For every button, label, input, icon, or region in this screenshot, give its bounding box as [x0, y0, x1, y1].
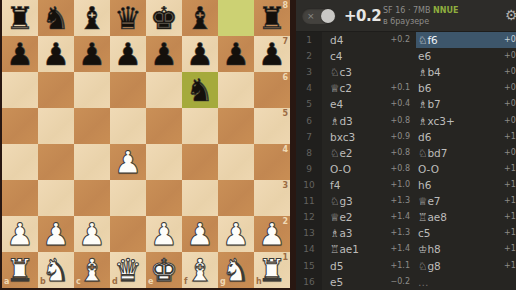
black-piece-a8: ♜ — [2, 0, 38, 36]
white-move-15[interactable]: d5 — [322, 258, 390, 274]
black-move-9[interactable]: O-O — [416, 161, 504, 177]
square-e5[interactable] — [146, 108, 182, 144]
white-piece-c2: ♟ — [74, 216, 110, 252]
black-move-6[interactable]: ♗xc3+ — [416, 113, 504, 129]
black-piece-d8: ♛ — [110, 0, 146, 36]
square-b2[interactable]: ♟ — [38, 216, 74, 252]
move-row-10: 10f4+1.0h6+1 — [296, 177, 516, 193]
black-eval-4: +0 — [504, 80, 516, 96]
move-row-3: 3♘c3♗b4+0 — [296, 64, 516, 80]
move-list: 1d4+0.2♘f6+02c4e6+03♘c3♗b4+04♕c2+0.1b6+0… — [296, 32, 516, 290]
coord-file-d: d — [112, 278, 118, 286]
coord-file-f: f — [184, 278, 187, 286]
square-a1[interactable]: ♜a — [2, 252, 38, 288]
black-piece-c8: ♝ — [74, 0, 110, 36]
white-piece-f2: ♟ — [182, 216, 218, 252]
square-b6[interactable] — [38, 72, 74, 108]
white-move-12[interactable]: ♕e2 — [322, 209, 390, 225]
square-c8[interactable]: ♝ — [74, 0, 110, 36]
white-move-10[interactable]: f4 — [322, 177, 390, 193]
move-number-1: 1 — [296, 32, 322, 48]
move-number-4: 4 — [296, 80, 322, 96]
white-move-8[interactable]: ♘e2 — [322, 145, 390, 161]
black-piece-d7: ♟ — [110, 36, 146, 72]
coord-rank-7: 7 — [282, 38, 288, 46]
square-b5[interactable] — [38, 108, 74, 144]
black-eval-14: +1 — [504, 241, 516, 257]
white-piece-a2: ♟ — [2, 216, 38, 252]
analysis-panel: × +0.2 SF 16 · 7MB NNUE в браузере ⚙ 1d4… — [296, 0, 516, 290]
square-d3[interactable] — [110, 180, 146, 216]
white-piece-e2: ♟ — [146, 216, 182, 252]
engine-name: SF 16 · 7MB — [383, 6, 431, 15]
white-eval-1: +0.2 — [390, 32, 416, 48]
black-eval-3: +0 — [504, 64, 516, 80]
square-c6[interactable] — [74, 72, 110, 108]
move-row-8: 8♘e2+0.8♘bd7+0 — [296, 145, 516, 161]
square-h5[interactable]: 5 — [254, 108, 290, 144]
white-eval-15: +1.1 — [390, 258, 416, 274]
square-c2[interactable]: ♟ — [74, 216, 110, 252]
black-piece-g7: ♟ — [218, 36, 254, 72]
move-number-6: 6 — [296, 113, 322, 129]
black-move-5[interactable]: ♗b7 — [416, 96, 504, 112]
black-eval-2: +0 — [504, 48, 516, 64]
move-row-9: 9O-O+0.8O-O+1 — [296, 161, 516, 177]
white-move-7[interactable]: bxc3 — [322, 129, 390, 145]
coord-file-h: h — [256, 278, 262, 286]
white-move-4[interactable]: ♕c2 — [322, 80, 390, 96]
square-g4[interactable] — [218, 144, 254, 180]
black-piece-e7: ♟ — [146, 36, 182, 72]
square-f4[interactable] — [182, 144, 218, 180]
square-g5[interactable] — [218, 108, 254, 144]
black-move-2[interactable]: e6 — [416, 48, 504, 64]
white-move-11[interactable]: ♘g3 — [322, 193, 390, 209]
black-piece-f8: ♝ — [182, 0, 218, 36]
square-a6[interactable] — [2, 72, 38, 108]
square-f2[interactable]: ♟ — [182, 216, 218, 252]
black-piece-b8: ♞ — [38, 0, 74, 36]
square-h3[interactable]: 3 — [254, 180, 290, 216]
move-number-5: 5 — [296, 96, 322, 112]
black-move-16[interactable]: … — [416, 274, 504, 290]
square-h1[interactable]: ♜h1 — [254, 252, 290, 288]
chess-board[interactable]: ♜♞♝♛♚♝♜8♟♟♟♟♟♟♟♟7♞65♟43♟♟♟♟♟♟♟2♜a♞b♝c♛d♚… — [2, 0, 290, 288]
square-a5[interactable] — [2, 108, 38, 144]
black-move-3[interactable]: ♗b4 — [416, 64, 504, 80]
square-d1[interactable]: ♛d — [110, 252, 146, 288]
square-d6[interactable] — [110, 72, 146, 108]
square-b8[interactable]: ♞ — [38, 0, 74, 36]
move-number-13: 13 — [296, 225, 322, 241]
engine-info: SF 16 · 7MB NNUE в браузере — [383, 5, 458, 27]
black-piece-b7: ♟ — [38, 36, 74, 72]
white-eval-7: +0.9 — [390, 129, 416, 145]
square-a2[interactable]: ♟ — [2, 216, 38, 252]
square-d8[interactable]: ♛ — [110, 0, 146, 36]
move-row-16: 16e5−0.2… — [296, 274, 516, 290]
white-piece-b2: ♟ — [38, 216, 74, 252]
square-c5[interactable] — [74, 108, 110, 144]
move-number-7: 7 — [296, 129, 322, 145]
engine-eval: +0.2 — [344, 7, 378, 25]
white-eval-12: +1.4 — [390, 209, 416, 225]
square-b1[interactable]: ♞b — [38, 252, 74, 288]
square-g3[interactable] — [218, 180, 254, 216]
black-eval-1: +0 — [504, 32, 516, 48]
square-g6[interactable] — [218, 72, 254, 108]
move-number-12: 12 — [296, 209, 322, 225]
move-number-9: 9 — [296, 161, 322, 177]
square-h2[interactable]: ♟2 — [254, 216, 290, 252]
square-f5[interactable] — [182, 108, 218, 144]
white-move-14[interactable]: ♖ae1 — [322, 241, 390, 257]
square-d4[interactable]: ♟ — [110, 144, 146, 180]
move-row-1: 1d4+0.2♘f6+0 — [296, 32, 516, 48]
black-move-11[interactable]: ♕e7 — [416, 193, 504, 209]
black-eval-10: +1 — [504, 177, 516, 193]
square-a8[interactable]: ♜ — [2, 0, 38, 36]
move-number-3: 3 — [296, 64, 322, 80]
white-eval-2 — [390, 48, 416, 64]
white-eval-4: +0.1 — [390, 80, 416, 96]
black-move-15[interactable]: ♘g8 — [416, 258, 504, 274]
move-number-16: 16 — [296, 274, 322, 290]
black-eval-7: +1 — [504, 129, 516, 145]
coord-rank-1: 1 — [282, 254, 288, 262]
square-e7[interactable]: ♟ — [146, 36, 182, 72]
black-move-7[interactable]: d6 — [416, 129, 504, 145]
black-piece-f7: ♟ — [182, 36, 218, 72]
square-a4[interactable] — [2, 144, 38, 180]
white-eval-3 — [390, 64, 416, 80]
square-e1[interactable]: ♚e — [146, 252, 182, 288]
white-move-1[interactable]: d4 — [322, 32, 390, 48]
square-e6[interactable] — [146, 72, 182, 108]
white-move-9[interactable]: O-O — [322, 161, 390, 177]
coord-rank-5: 5 — [282, 110, 288, 118]
white-eval-5: +0.4 — [390, 96, 416, 112]
engine-toggle[interactable]: × — [302, 8, 336, 24]
square-h6[interactable]: 6 — [254, 72, 290, 108]
move-number-8: 8 — [296, 145, 322, 161]
black-eval-6: +0 — [504, 113, 516, 129]
black-eval-8: +0 — [504, 145, 516, 161]
square-h8[interactable]: ♜8 — [254, 0, 290, 36]
square-c3[interactable] — [74, 180, 110, 216]
move-number-15: 15 — [296, 258, 322, 274]
black-eval-16 — [504, 274, 516, 290]
square-c1[interactable]: ♝c — [74, 252, 110, 288]
black-move-12[interactable]: ♖ae8 — [416, 209, 504, 225]
black-move-10[interactable]: h6 — [416, 177, 504, 193]
close-icon: × — [307, 11, 315, 21]
coord-file-g: g — [220, 278, 226, 286]
black-eval-15: +1 — [504, 258, 516, 274]
coord-file-b: b — [40, 278, 46, 286]
black-move-8[interactable]: ♘bd7 — [416, 145, 504, 161]
square-e2[interactable]: ♟ — [146, 216, 182, 252]
square-g7[interactable]: ♟ — [218, 36, 254, 72]
white-eval-6: +0.8 — [390, 113, 416, 129]
square-e4[interactable] — [146, 144, 182, 180]
black-piece-c7: ♟ — [74, 36, 110, 72]
move-number-11: 11 — [296, 193, 322, 209]
square-a7[interactable]: ♟ — [2, 36, 38, 72]
square-h4[interactable]: 4 — [254, 144, 290, 180]
move-row-13: 13♗a3+1.3c5+1 — [296, 225, 516, 241]
gear-icon[interactable]: ⚙ — [505, 7, 516, 23]
white-piece-g2: ♟ — [218, 216, 254, 252]
square-e8[interactable]: ♚ — [146, 0, 182, 36]
square-c7[interactable]: ♟ — [74, 36, 110, 72]
square-f7[interactable]: ♟ — [182, 36, 218, 72]
square-b7[interactable]: ♟ — [38, 36, 74, 72]
square-a3[interactable] — [2, 180, 38, 216]
white-piece-d4: ♟ — [110, 144, 146, 180]
black-move-1[interactable]: ♘f6 — [416, 32, 504, 48]
toggle-knob-icon — [321, 9, 335, 23]
square-e3[interactable] — [146, 180, 182, 216]
square-d7[interactable]: ♟ — [110, 36, 146, 72]
coord-rank-4: 4 — [282, 146, 288, 154]
coord-rank-2: 2 — [282, 218, 288, 226]
move-row-15: 15d5+1.1♘g8+1 — [296, 258, 516, 274]
square-f1[interactable]: ♝f — [182, 252, 218, 288]
coord-file-a: a — [4, 278, 9, 286]
move-row-11: 11♘g3+1.3♕e7+1 — [296, 193, 516, 209]
white-eval-10: +1.0 — [390, 177, 416, 193]
coord-rank-3: 3 — [282, 182, 288, 190]
square-d5[interactable] — [110, 108, 146, 144]
black-move-13[interactable]: c5 — [416, 225, 504, 241]
black-piece-e8: ♚ — [146, 0, 182, 36]
move-row-6: 6♗d3+0.8♗xc3++0 — [296, 113, 516, 129]
black-eval-9: +1 — [504, 161, 516, 177]
move-number-2: 2 — [296, 48, 322, 64]
move-row-7: 7bxc3+0.9d6+1 — [296, 129, 516, 145]
white-move-13[interactable]: ♗a3 — [322, 225, 390, 241]
black-eval-12: +1 — [504, 209, 516, 225]
square-g8[interactable] — [218, 0, 254, 36]
move-number-10: 10 — [296, 177, 322, 193]
coord-rank-6: 6 — [282, 74, 288, 82]
square-d2[interactable] — [110, 216, 146, 252]
white-move-5[interactable]: e4 — [322, 96, 390, 112]
white-move-6[interactable]: ♗d3 — [322, 113, 390, 129]
white-move-16[interactable]: e5 — [322, 274, 390, 290]
engine-header: × +0.2 SF 16 · 7MB NNUE в браузере ⚙ — [296, 0, 516, 32]
black-move-4[interactable]: b6 — [416, 80, 504, 96]
white-eval-8: +0.8 — [390, 145, 416, 161]
white-eval-9: +0.8 — [390, 161, 416, 177]
square-f8[interactable]: ♝ — [182, 0, 218, 36]
coord-rank-8: 8 — [282, 2, 288, 10]
square-b3[interactable] — [38, 180, 74, 216]
white-move-3[interactable]: ♘c3 — [322, 64, 390, 80]
move-row-14: 14♖ae1+1.4♔h8+1 — [296, 241, 516, 257]
square-f3[interactable] — [182, 180, 218, 216]
move-row-12: 12♕e2+1.4♖ae8+1 — [296, 209, 516, 225]
square-f6[interactable]: ♞ — [182, 72, 218, 108]
black-eval-13: +1 — [504, 225, 516, 241]
white-move-2[interactable]: c4 — [322, 48, 390, 64]
square-g1[interactable]: ♞g — [218, 252, 254, 288]
square-g2[interactable]: ♟ — [218, 216, 254, 252]
white-eval-16: −0.2 — [390, 274, 416, 290]
coord-file-e: e — [148, 278, 153, 286]
black-piece-a7: ♟ — [2, 36, 38, 72]
coord-file-c: c — [76, 278, 81, 286]
move-row-2: 2c4e6+0 — [296, 48, 516, 64]
square-c4[interactable] — [74, 144, 110, 180]
move-number-14: 14 — [296, 241, 322, 257]
square-h7[interactable]: ♟7 — [254, 36, 290, 72]
engine-subtitle: в браузере — [383, 17, 429, 26]
square-b4[interactable] — [38, 144, 74, 180]
white-eval-11: +1.3 — [390, 193, 416, 209]
white-eval-14: +1.4 — [390, 241, 416, 257]
white-eval-13: +1.3 — [390, 225, 416, 241]
engine-nnue-badge: NNUE — [433, 6, 458, 15]
black-piece-f6: ♞ — [182, 72, 218, 108]
move-row-4: 4♕c2+0.1b6+0 — [296, 80, 516, 96]
black-eval-5: +0 — [504, 96, 516, 112]
black-eval-11: +1 — [504, 193, 516, 209]
move-row-5: 5e4+0.4♗b7+0 — [296, 96, 516, 112]
black-move-14[interactable]: ♔h8 — [416, 241, 504, 257]
